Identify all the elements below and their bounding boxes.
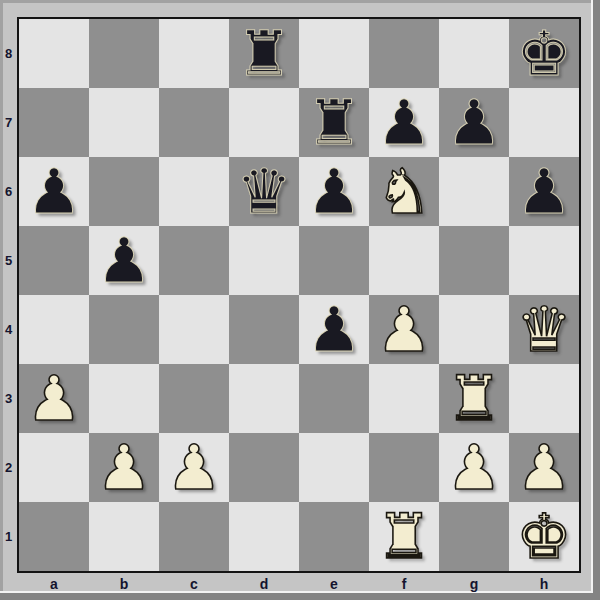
square-h2[interactable]: ♟ xyxy=(509,433,579,502)
square-e6[interactable]: ♟ xyxy=(299,157,369,226)
file-labels: abcdefgh xyxy=(19,575,579,593)
square-e3[interactable] xyxy=(299,364,369,433)
square-a5[interactable] xyxy=(19,226,89,295)
file-label-e: e xyxy=(299,575,369,593)
square-f4[interactable]: ♟ xyxy=(369,295,439,364)
square-e4[interactable]: ♟ xyxy=(299,295,369,364)
square-d5[interactable] xyxy=(229,226,299,295)
square-c4[interactable] xyxy=(159,295,229,364)
square-f7[interactable]: ♟ xyxy=(369,88,439,157)
white-king-icon[interactable]: ♚ xyxy=(516,502,572,571)
black-pawn-icon[interactable]: ♟ xyxy=(26,157,82,226)
square-g2[interactable]: ♟ xyxy=(439,433,509,502)
square-f3[interactable] xyxy=(369,364,439,433)
rank-label-8: 8 xyxy=(1,19,16,88)
square-g4[interactable] xyxy=(439,295,509,364)
black-rook-icon[interactable]: ♜ xyxy=(236,19,292,88)
square-a3[interactable]: ♟ xyxy=(19,364,89,433)
square-a4[interactable] xyxy=(19,295,89,364)
black-pawn-icon[interactable]: ♟ xyxy=(446,88,502,157)
square-d6[interactable]: ♛ xyxy=(229,157,299,226)
square-a2[interactable] xyxy=(19,433,89,502)
white-pawn-icon[interactable]: ♟ xyxy=(446,433,502,502)
square-c8[interactable] xyxy=(159,19,229,88)
square-d1[interactable] xyxy=(229,502,299,571)
white-rook-icon[interactable]: ♜ xyxy=(376,502,432,571)
white-knight-icon[interactable]: ♞ xyxy=(376,157,432,226)
square-g1[interactable] xyxy=(439,502,509,571)
square-b6[interactable] xyxy=(89,157,159,226)
file-label-h: h xyxy=(509,575,579,593)
square-g3[interactable]: ♜ xyxy=(439,364,509,433)
square-e8[interactable] xyxy=(299,19,369,88)
square-e1[interactable] xyxy=(299,502,369,571)
file-label-d: d xyxy=(229,575,299,593)
white-queen-icon[interactable]: ♛ xyxy=(516,295,572,364)
square-f8[interactable] xyxy=(369,19,439,88)
square-e5[interactable] xyxy=(299,226,369,295)
square-h5[interactable] xyxy=(509,226,579,295)
file-label-b: b xyxy=(89,575,159,593)
square-b4[interactable] xyxy=(89,295,159,364)
square-h6[interactable]: ♟ xyxy=(509,157,579,226)
black-pawn-icon[interactable]: ♟ xyxy=(516,157,572,226)
square-g7[interactable]: ♟ xyxy=(439,88,509,157)
square-e2[interactable] xyxy=(299,433,369,502)
square-a1[interactable] xyxy=(19,502,89,571)
square-f5[interactable] xyxy=(369,226,439,295)
square-g8[interactable] xyxy=(439,19,509,88)
square-h3[interactable] xyxy=(509,364,579,433)
square-d4[interactable] xyxy=(229,295,299,364)
square-b3[interactable] xyxy=(89,364,159,433)
black-queen-icon[interactable]: ♛ xyxy=(236,157,292,226)
square-a7[interactable] xyxy=(19,88,89,157)
square-h8[interactable]: ♚ xyxy=(509,19,579,88)
rank-label-2: 2 xyxy=(1,433,16,502)
file-label-a: a xyxy=(19,575,89,593)
white-rook-icon[interactable]: ♜ xyxy=(446,364,502,433)
white-pawn-icon[interactable]: ♟ xyxy=(166,433,222,502)
rank-label-5: 5 xyxy=(1,226,16,295)
square-c3[interactable] xyxy=(159,364,229,433)
square-d8[interactable]: ♜ xyxy=(229,19,299,88)
black-pawn-icon[interactable]: ♟ xyxy=(96,226,152,295)
square-f6[interactable]: ♞ xyxy=(369,157,439,226)
chess-app-window: 87654321 ♜♚♜♟♟♟♛♟♞♟♟♟♟♛♟♜♟♟♟♟♜♚ abcdefgh xyxy=(0,0,600,600)
square-c7[interactable] xyxy=(159,88,229,157)
square-a6[interactable]: ♟ xyxy=(19,157,89,226)
square-b2[interactable]: ♟ xyxy=(89,433,159,502)
square-h7[interactable] xyxy=(509,88,579,157)
square-f2[interactable] xyxy=(369,433,439,502)
square-g6[interactable] xyxy=(439,157,509,226)
white-pawn-icon[interactable]: ♟ xyxy=(516,433,572,502)
black-king-icon[interactable]: ♚ xyxy=(516,19,572,88)
square-h4[interactable]: ♛ xyxy=(509,295,579,364)
square-d7[interactable] xyxy=(229,88,299,157)
white-pawn-icon[interactable]: ♟ xyxy=(376,295,432,364)
square-c2[interactable]: ♟ xyxy=(159,433,229,502)
square-b7[interactable] xyxy=(89,88,159,157)
black-pawn-icon[interactable]: ♟ xyxy=(376,88,432,157)
square-e7[interactable]: ♜ xyxy=(299,88,369,157)
white-pawn-icon[interactable]: ♟ xyxy=(26,364,82,433)
rank-labels: 87654321 xyxy=(1,19,16,571)
square-b1[interactable] xyxy=(89,502,159,571)
square-a8[interactable] xyxy=(19,19,89,88)
square-c6[interactable] xyxy=(159,157,229,226)
square-d3[interactable] xyxy=(229,364,299,433)
square-c5[interactable] xyxy=(159,226,229,295)
chess-board: ♜♚♜♟♟♟♛♟♞♟♟♟♟♛♟♜♟♟♟♟♜♚ xyxy=(17,17,581,573)
white-pawn-icon[interactable]: ♟ xyxy=(96,433,152,502)
black-rook-icon[interactable]: ♜ xyxy=(306,88,362,157)
file-label-g: g xyxy=(439,575,509,593)
black-pawn-icon[interactable]: ♟ xyxy=(306,157,362,226)
square-c1[interactable] xyxy=(159,502,229,571)
square-h1[interactable]: ♚ xyxy=(509,502,579,571)
square-g5[interactable] xyxy=(439,226,509,295)
square-d2[interactable] xyxy=(229,433,299,502)
rank-label-1: 1 xyxy=(1,502,16,571)
black-pawn-icon[interactable]: ♟ xyxy=(306,295,362,364)
rank-label-4: 4 xyxy=(1,295,16,364)
rank-label-7: 7 xyxy=(1,88,16,157)
rank-label-6: 6 xyxy=(1,157,16,226)
rank-label-3: 3 xyxy=(1,364,16,433)
square-f1[interactable]: ♜ xyxy=(369,502,439,571)
file-label-f: f xyxy=(369,575,439,593)
square-b5[interactable]: ♟ xyxy=(89,226,159,295)
square-b8[interactable] xyxy=(89,19,159,88)
file-label-c: c xyxy=(159,575,229,593)
